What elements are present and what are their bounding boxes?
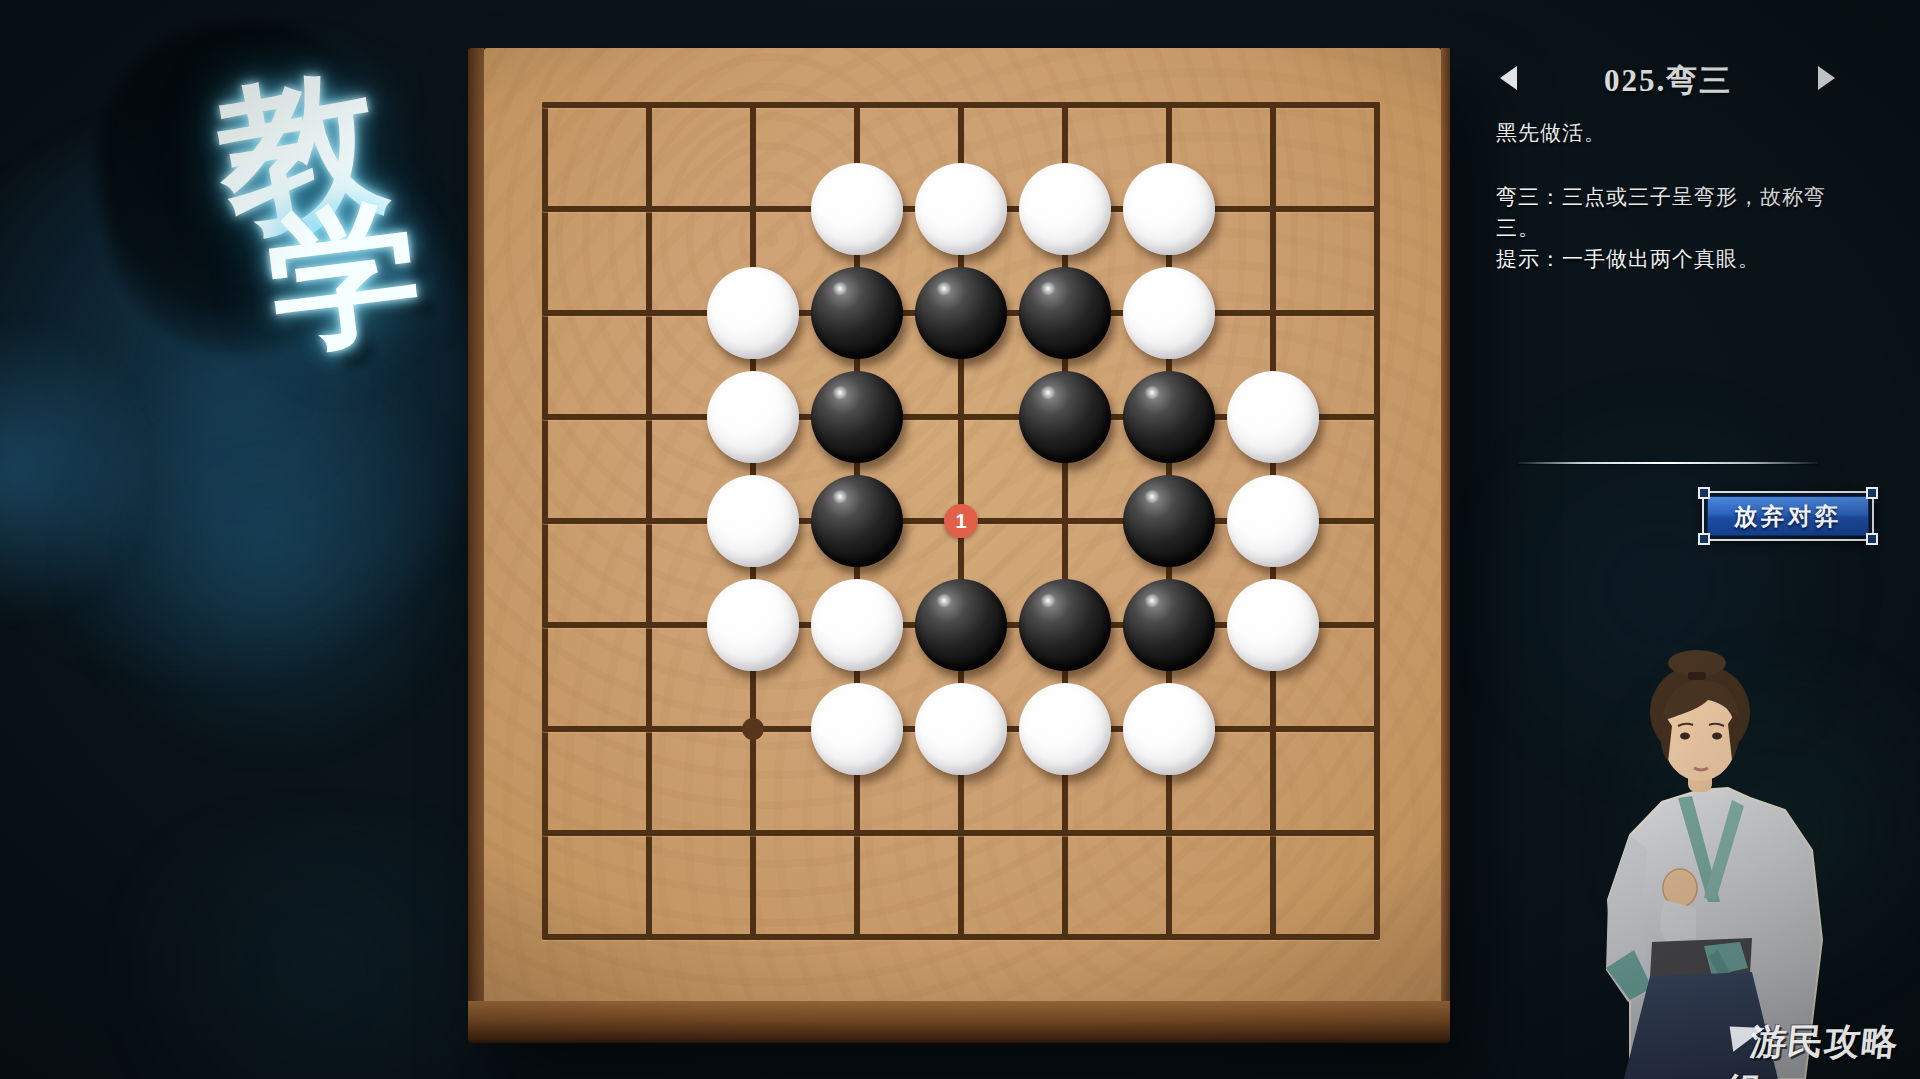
white-stone (707, 475, 799, 567)
star-point (742, 718, 764, 740)
white-stone (1227, 371, 1319, 463)
black-stone (915, 579, 1007, 671)
white-stone (707, 579, 799, 671)
black-stone (1019, 579, 1111, 671)
white-stone (1227, 579, 1319, 671)
grid-line (542, 830, 1380, 836)
white-stone (707, 267, 799, 359)
white-stone (1019, 683, 1111, 775)
white-stone (1019, 163, 1111, 255)
watermark-logo: 游民攻略组 (1723, 1018, 1920, 1079)
black-stone (1019, 267, 1111, 359)
white-stone (707, 371, 799, 463)
white-stone (915, 163, 1007, 255)
white-stone (811, 163, 903, 255)
white-stone (1227, 475, 1319, 567)
white-stone (1123, 267, 1215, 359)
black-stone (1123, 475, 1215, 567)
black-stone (811, 267, 903, 359)
black-stone (1123, 371, 1215, 463)
white-stone (1123, 163, 1215, 255)
black-stone (915, 267, 1007, 359)
black-stone (1123, 579, 1215, 671)
black-stone (1019, 371, 1111, 463)
black-stone (811, 475, 903, 567)
suggested-move-marker[interactable]: 1 (944, 504, 978, 538)
white-stone (1123, 683, 1215, 775)
white-stone (811, 579, 903, 671)
white-stone (811, 683, 903, 775)
white-stone (915, 683, 1007, 775)
grid-line (542, 934, 1380, 940)
black-stone (811, 371, 903, 463)
grid-line (1374, 102, 1380, 940)
